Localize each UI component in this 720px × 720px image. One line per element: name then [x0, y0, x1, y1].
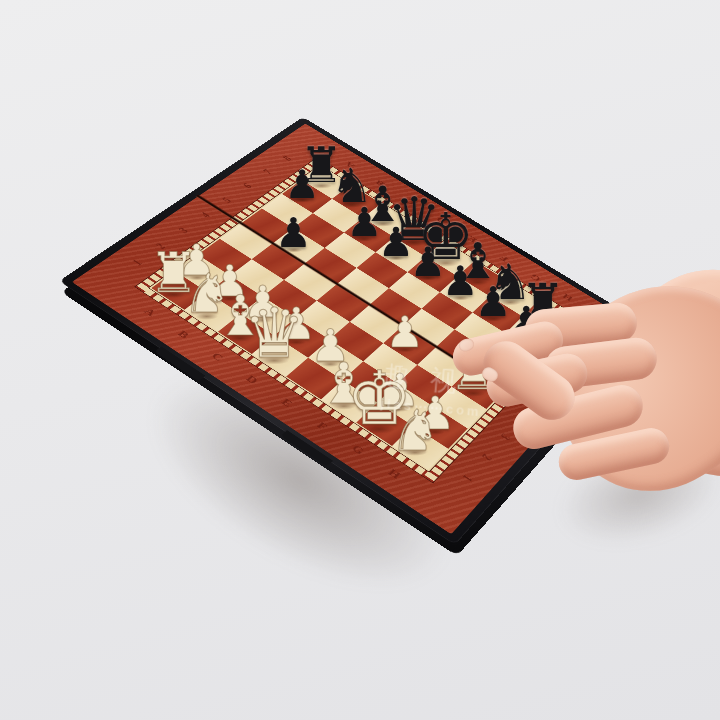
product-photo-stage: AABBCCDDEEFFGGHH1122334455667788 ♜♞♝♛♚♝♞…: [0, 0, 720, 720]
